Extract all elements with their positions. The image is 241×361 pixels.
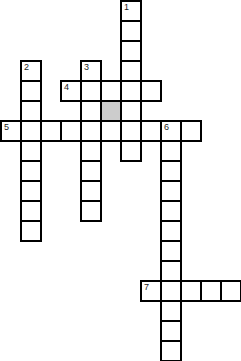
clue-number-2: 2	[24, 62, 29, 72]
cell-r7c8[interactable]	[160, 140, 182, 162]
cell-r12c8[interactable]	[160, 240, 182, 262]
cell-r4c6[interactable]	[120, 80, 142, 102]
cell-r16c8[interactable]	[160, 320, 182, 342]
cell-r8c1[interactable]	[20, 160, 42, 182]
cell-r5c1[interactable]	[20, 100, 42, 122]
cell-r11c1[interactable]	[20, 220, 42, 242]
clue-number-4: 4	[64, 82, 69, 92]
cell-r14c10[interactable]	[200, 280, 222, 302]
cell-r9c8[interactable]	[160, 180, 182, 202]
cell-r7c4[interactable]	[80, 140, 102, 162]
cell-r8c8[interactable]	[160, 160, 182, 182]
cell-r4c5[interactable]	[100, 80, 122, 102]
cell-r8c4[interactable]	[80, 160, 102, 182]
cell-r9c4[interactable]	[80, 180, 102, 202]
cell-r6c7[interactable]	[140, 120, 162, 142]
cell-r6c5[interactable]	[100, 120, 122, 142]
cell-r6c2[interactable]	[40, 120, 62, 142]
cell-r10c8[interactable]	[160, 200, 182, 222]
crossword-board: 1234567	[0, 0, 240, 360]
clue-number-7: 7	[144, 282, 149, 292]
cell-r13c8[interactable]	[160, 260, 182, 282]
cell-r15c8[interactable]	[160, 300, 182, 322]
cell-r6c1[interactable]	[20, 120, 42, 142]
cell-r17c8[interactable]	[160, 340, 182, 361]
cell-r3c6[interactable]	[120, 60, 142, 82]
cell-r4c3[interactable]: 4	[60, 80, 82, 102]
cell-r3c1[interactable]: 2	[20, 60, 42, 82]
cell-r11c8[interactable]	[160, 220, 182, 242]
cell-r7c6[interactable]	[120, 140, 142, 162]
cell-r7c1[interactable]	[20, 140, 42, 162]
shaded-cell	[100, 100, 122, 122]
cell-r5c6[interactable]	[120, 100, 142, 122]
cell-r10c1[interactable]	[20, 200, 42, 222]
cell-r0c6[interactable]: 1	[120, 0, 142, 22]
cell-r6c4[interactable]	[80, 120, 102, 142]
crossword-board-canvas: 1234567	[0, 0, 241, 361]
clue-number-5: 5	[4, 122, 9, 132]
cell-r10c4[interactable]	[80, 200, 102, 222]
clue-number-3: 3	[84, 62, 89, 72]
cell-r14c11[interactable]	[220, 280, 241, 302]
cell-r9c1[interactable]	[20, 180, 42, 202]
cell-r6c6[interactable]	[120, 120, 142, 142]
cell-r4c4[interactable]	[80, 80, 102, 102]
cell-r6c0[interactable]: 5	[0, 120, 22, 142]
cell-r2c6[interactable]	[120, 40, 142, 62]
clue-number-1: 1	[124, 2, 129, 12]
cell-r3c4[interactable]: 3	[80, 60, 102, 82]
cell-r4c7[interactable]	[140, 80, 162, 102]
cell-r1c6[interactable]	[120, 20, 142, 42]
clue-number-6: 6	[164, 122, 169, 132]
cell-r5c4[interactable]	[80, 100, 102, 122]
cell-r6c3[interactable]	[60, 120, 82, 142]
cell-r14c9[interactable]	[180, 280, 202, 302]
cell-r14c7[interactable]: 7	[140, 280, 162, 302]
cell-r6c8[interactable]: 6	[160, 120, 182, 142]
cell-r6c9[interactable]	[180, 120, 202, 142]
cell-r4c1[interactable]	[20, 80, 42, 102]
cell-r14c8[interactable]	[160, 280, 182, 302]
